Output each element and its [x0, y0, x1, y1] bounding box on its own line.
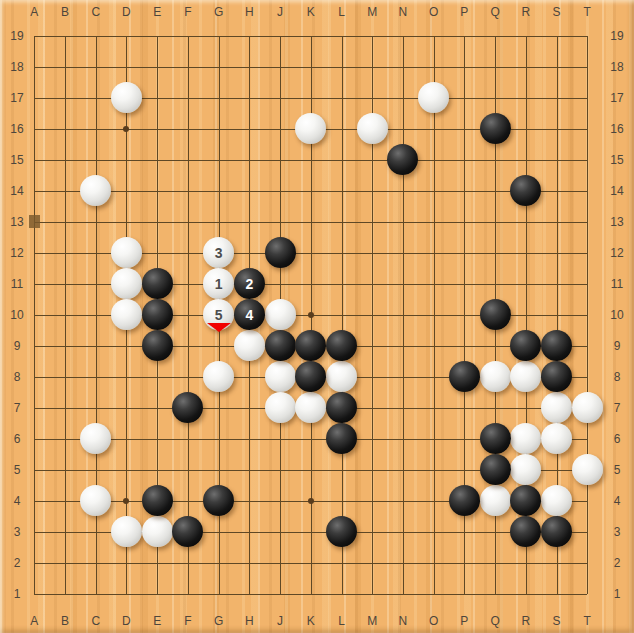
black-stone: [541, 361, 572, 392]
coord-label-top: J: [267, 4, 293, 20]
go-board[interactable]: AABBCCDDEEFFGGHHJJKKLLMMNNOOPPQQRRSSTT19…: [0, 0, 634, 633]
coord-label-top: K: [298, 4, 324, 20]
white-stone: [111, 268, 142, 299]
coord-label-right: 2: [604, 555, 630, 571]
red-triangle-marker: [207, 323, 231, 332]
black-stone: [326, 392, 357, 423]
black-stone: [480, 299, 511, 330]
black-stone: [541, 330, 572, 361]
white-stone: [142, 516, 173, 547]
move-number: 4: [245, 307, 253, 323]
coord-label-bottom: B: [52, 613, 78, 629]
coord-label-bottom: L: [329, 613, 355, 629]
white-stone: [510, 454, 541, 485]
coord-label-right: 1: [604, 586, 630, 602]
coord-label-right: 6: [604, 431, 630, 447]
black-stone: [449, 361, 480, 392]
black-stone: [203, 485, 234, 516]
coord-label-right: 8: [604, 369, 630, 385]
black-stone: [510, 485, 541, 516]
white-stone: [80, 175, 111, 206]
coord-label-bottom: O: [421, 613, 447, 629]
coord-label-top: D: [113, 4, 139, 20]
black-stone: 2: [234, 268, 265, 299]
black-stone: [265, 330, 296, 361]
white-stone: [111, 299, 142, 330]
black-stone: [326, 423, 357, 454]
white-stone: [326, 361, 357, 392]
coord-label-top: R: [513, 4, 539, 20]
coord-label-bottom: D: [113, 613, 139, 629]
coord-label-right: 10: [604, 307, 630, 323]
coord-label-top: C: [83, 4, 109, 20]
coord-label-right: 11: [604, 276, 630, 292]
white-stone: [265, 392, 296, 423]
coord-label-top: O: [421, 4, 447, 20]
coord-label-bottom: K: [298, 613, 324, 629]
coord-label-top: P: [451, 4, 477, 20]
white-stone: [357, 113, 388, 144]
black-stone: [387, 144, 418, 175]
white-stone: [295, 392, 326, 423]
black-stone: [295, 361, 326, 392]
coord-label-top: H: [236, 4, 262, 20]
coord-label-top: N: [390, 4, 416, 20]
coord-label-top: M: [359, 4, 385, 20]
coord-label-bottom: C: [83, 613, 109, 629]
coord-label-bottom: M: [359, 613, 385, 629]
coord-label-top: B: [52, 4, 78, 20]
black-stone: [326, 330, 357, 361]
white-stone: [480, 361, 511, 392]
white-stone: [80, 423, 111, 454]
white-stone: [510, 361, 541, 392]
move-number: 2: [245, 276, 253, 292]
coord-label-right: 16: [604, 121, 630, 137]
coord-label-bottom: R: [513, 613, 539, 629]
black-stone: [480, 423, 511, 454]
black-stone: [510, 330, 541, 361]
coord-label-right: 4: [604, 493, 630, 509]
white-stone: 1: [203, 268, 234, 299]
black-stone: [510, 175, 541, 206]
black-stone: [142, 268, 173, 299]
white-stone: [510, 423, 541, 454]
coord-label-right: 9: [604, 338, 630, 354]
white-stone: 3: [203, 237, 234, 268]
coord-label-top: Q: [482, 4, 508, 20]
coord-label-top: G: [206, 4, 232, 20]
move-number: 5: [215, 307, 223, 323]
coord-label-top: S: [544, 4, 570, 20]
black-stone: [265, 237, 296, 268]
white-stone: [541, 423, 572, 454]
black-stone: [326, 516, 357, 547]
white-stone: [572, 454, 603, 485]
coord-label-bottom: G: [206, 613, 232, 629]
coord-label-bottom: Q: [482, 613, 508, 629]
coord-label-right: 7: [604, 400, 630, 416]
white-stone: [111, 516, 142, 547]
coord-label-bottom: T: [574, 613, 600, 629]
coord-label-top: L: [329, 4, 355, 20]
square-marker: [29, 215, 40, 228]
coord-label-bottom: E: [144, 613, 170, 629]
coord-label-right: 3: [604, 524, 630, 540]
coord-label-bottom: S: [544, 613, 570, 629]
white-stone: [572, 392, 603, 423]
white-stone: [265, 299, 296, 330]
coord-label-bottom: P: [451, 613, 477, 629]
white-stone: [234, 330, 265, 361]
coord-label-bottom: F: [175, 613, 201, 629]
coord-label-right: 12: [604, 245, 630, 261]
black-stone: [295, 330, 326, 361]
white-stone: [541, 485, 572, 516]
white-stone: [111, 237, 142, 268]
move-number: 1: [215, 276, 223, 292]
stones-grid: 31524: [19, 20, 603, 609]
white-stone: [295, 113, 326, 144]
coord-label-right: 14: [604, 183, 630, 199]
coord-label-right: 13: [604, 214, 630, 230]
white-stone: [203, 361, 234, 392]
coord-label-right: 5: [604, 462, 630, 478]
white-stone: [480, 485, 511, 516]
coord-label-top: T: [574, 4, 600, 20]
black-stone: [172, 392, 203, 423]
black-stone: [142, 485, 173, 516]
coord-label-bottom: N: [390, 613, 416, 629]
black-stone: 4: [234, 299, 265, 330]
coord-label-top: F: [175, 4, 201, 20]
black-stone: [142, 330, 173, 361]
white-stone: [541, 392, 572, 423]
white-stone: [418, 82, 449, 113]
coord-label-top: E: [144, 4, 170, 20]
coord-label-bottom: J: [267, 613, 293, 629]
coord-label-right: 18: [604, 59, 630, 75]
black-stone: [541, 516, 572, 547]
white-stone: [265, 361, 296, 392]
black-stone: [142, 299, 173, 330]
coord-label-top: A: [21, 4, 47, 20]
coord-label-bottom: A: [21, 613, 47, 629]
white-stone: [111, 82, 142, 113]
coord-label-right: 19: [604, 28, 630, 44]
coord-label-right: 17: [604, 90, 630, 106]
black-stone: [480, 454, 511, 485]
black-stone: [449, 485, 480, 516]
black-stone: [172, 516, 203, 547]
black-stone: [510, 516, 541, 547]
white-stone: [80, 485, 111, 516]
coord-label-bottom: H: [236, 613, 262, 629]
black-stone: [480, 113, 511, 144]
coord-label-right: 15: [604, 152, 630, 168]
move-number: 3: [215, 245, 223, 261]
